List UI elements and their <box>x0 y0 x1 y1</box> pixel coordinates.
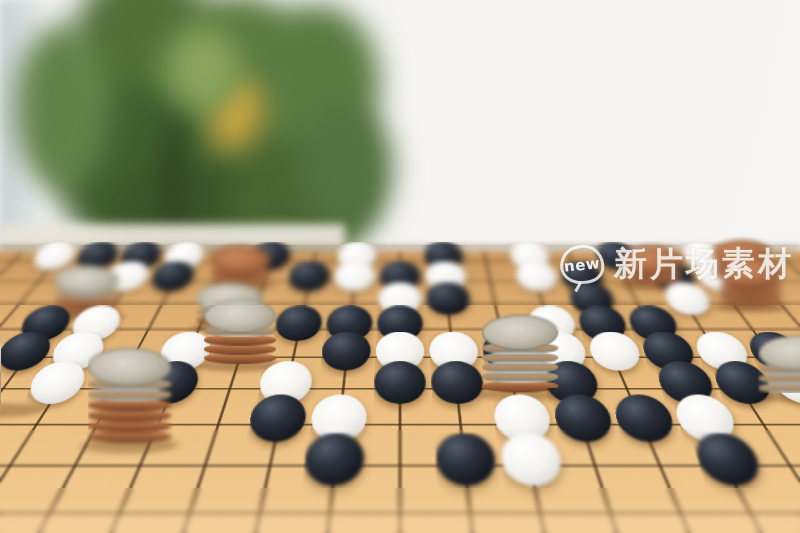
black-stone <box>552 394 616 442</box>
plant-leaf-highlight <box>168 28 240 110</box>
silver-coin-face <box>88 348 172 387</box>
black-stone <box>435 433 498 486</box>
watermark-text: 新片场素材 <box>614 242 794 287</box>
silver-coin-face <box>204 299 276 333</box>
black-stone <box>320 332 371 371</box>
black-stone <box>611 394 678 442</box>
black-stone <box>426 282 471 315</box>
watermark: new 新片场素材 <box>560 242 794 287</box>
white-stone <box>586 332 644 371</box>
white-stone <box>514 261 560 291</box>
black-stone <box>247 394 308 442</box>
black-stone <box>302 433 365 486</box>
white-stone <box>333 261 376 291</box>
watermark-logo-text: new <box>563 254 601 276</box>
photo-stage: new 新片场素材 <box>0 0 800 533</box>
board-perspective-scene <box>1 252 799 533</box>
black-stone <box>431 361 485 404</box>
copper-coin-face <box>210 246 271 274</box>
plant-leaf-cluster <box>298 105 393 230</box>
watermark-logo: new <box>558 243 606 286</box>
black-stone <box>273 305 323 341</box>
go-board <box>0 252 800 533</box>
black-stone <box>148 261 197 291</box>
white-stone <box>499 433 565 486</box>
plant-leaf-cluster <box>15 25 110 190</box>
silver-coin-face <box>54 265 119 295</box>
black-stone <box>287 261 331 291</box>
black-stone <box>374 361 427 404</box>
black-stone <box>690 433 766 486</box>
